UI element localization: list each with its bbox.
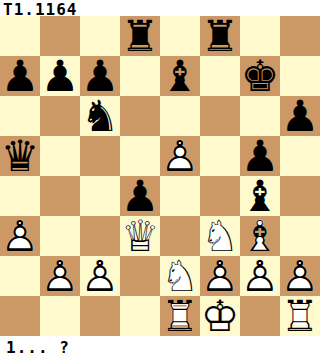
piece-black-pawn: ♟ <box>0 56 40 96</box>
square-c2[interactable]: ♟♙ <box>80 256 120 296</box>
piece-white-pawn-outline: ♙ <box>80 256 120 296</box>
square-a6[interactable] <box>0 96 40 136</box>
square-g3[interactable]: ♝♗ <box>240 216 280 256</box>
square-e6[interactable] <box>160 96 200 136</box>
square-d2[interactable] <box>120 256 160 296</box>
piece-white-queen: ♛ <box>120 216 160 256</box>
square-e3[interactable] <box>160 216 200 256</box>
square-g6[interactable] <box>240 96 280 136</box>
move-prompt: 1... ? <box>6 338 70 357</box>
square-b3[interactable] <box>40 216 80 256</box>
square-f6[interactable] <box>200 96 240 136</box>
square-c3[interactable] <box>80 216 120 256</box>
square-b6[interactable] <box>40 96 80 136</box>
square-g2[interactable]: ♟♙ <box>240 256 280 296</box>
square-h5[interactable] <box>280 136 320 176</box>
square-a7[interactable]: ♟ <box>0 56 40 96</box>
square-g4[interactable]: ♝ <box>240 176 280 216</box>
square-d8[interactable]: ♜ <box>120 16 160 56</box>
piece-white-pawn-outline: ♙ <box>40 256 80 296</box>
square-a2[interactable] <box>0 256 40 296</box>
square-a4[interactable] <box>0 176 40 216</box>
piece-black-bishop: ♝ <box>240 176 280 216</box>
piece-white-queen-outline: ♕ <box>120 216 160 256</box>
square-a1[interactable] <box>0 296 40 336</box>
square-c6[interactable]: ♞ <box>80 96 120 136</box>
piece-white-knight-outline: ♘ <box>200 216 240 256</box>
square-b4[interactable] <box>40 176 80 216</box>
piece-black-rook: ♜ <box>120 16 160 56</box>
piece-black-knight: ♞ <box>80 96 120 136</box>
piece-white-pawn-outline: ♙ <box>240 256 280 296</box>
chess-board: ♜♜♟♟♟♝♚♞♟♛♟♙♟♟♝♟♙♛♕♞♘♝♗♟♙♟♙♞♘♟♙♟♙♟♙♜♖♚♔♜… <box>0 16 320 336</box>
square-a5[interactable]: ♛ <box>0 136 40 176</box>
piece-white-pawn: ♟ <box>240 256 280 296</box>
square-d4[interactable]: ♟ <box>120 176 160 216</box>
square-c4[interactable] <box>80 176 120 216</box>
piece-white-rook-outline: ♖ <box>280 296 320 336</box>
piece-white-pawn-outline: ♙ <box>160 136 200 176</box>
square-d1[interactable] <box>120 296 160 336</box>
piece-white-bishop-outline: ♗ <box>240 216 280 256</box>
piece-white-pawn: ♟ <box>200 256 240 296</box>
piece-white-rook-outline: ♖ <box>160 296 200 336</box>
square-d3[interactable]: ♛♕ <box>120 216 160 256</box>
piece-white-knight: ♞ <box>200 216 240 256</box>
square-e2[interactable]: ♞♘ <box>160 256 200 296</box>
square-f4[interactable] <box>200 176 240 216</box>
piece-white-knight: ♞ <box>160 256 200 296</box>
square-a8[interactable] <box>0 16 40 56</box>
square-f7[interactable] <box>200 56 240 96</box>
square-d5[interactable] <box>120 136 160 176</box>
square-h6[interactable]: ♟ <box>280 96 320 136</box>
piece-white-king: ♚ <box>200 296 240 336</box>
square-g1[interactable] <box>240 296 280 336</box>
square-e8[interactable] <box>160 16 200 56</box>
piece-black-pawn: ♟ <box>240 136 280 176</box>
piece-white-pawn: ♟ <box>160 136 200 176</box>
piece-white-rook: ♜ <box>160 296 200 336</box>
piece-black-pawn: ♟ <box>280 96 320 136</box>
chess-puzzle-screen: T1.1164 ♜♜♟♟♟♝♚♞♟♛♟♙♟♟♝♟♙♛♕♞♘♝♗♟♙♟♙♞♘♟♙♟… <box>0 0 320 360</box>
piece-black-pawn: ♟ <box>120 176 160 216</box>
square-e7[interactable]: ♝ <box>160 56 200 96</box>
square-h2[interactable]: ♟♙ <box>280 256 320 296</box>
piece-white-rook: ♜ <box>280 296 320 336</box>
square-b5[interactable] <box>40 136 80 176</box>
piece-black-pawn: ♟ <box>80 56 120 96</box>
square-b2[interactable]: ♟♙ <box>40 256 80 296</box>
square-h1[interactable]: ♜♖ <box>280 296 320 336</box>
piece-white-pawn-outline: ♙ <box>200 256 240 296</box>
square-d7[interactable] <box>120 56 160 96</box>
piece-black-rook: ♜ <box>200 16 240 56</box>
square-c8[interactable] <box>80 16 120 56</box>
square-b1[interactable] <box>40 296 80 336</box>
piece-white-pawn: ♟ <box>280 256 320 296</box>
square-c7[interactable]: ♟ <box>80 56 120 96</box>
square-f8[interactable]: ♜ <box>200 16 240 56</box>
square-f1[interactable]: ♚♔ <box>200 296 240 336</box>
piece-white-knight-outline: ♘ <box>160 256 200 296</box>
piece-black-bishop: ♝ <box>160 56 200 96</box>
square-g5[interactable]: ♟ <box>240 136 280 176</box>
square-g7[interactable]: ♚ <box>240 56 280 96</box>
piece-black-king: ♚ <box>240 56 280 96</box>
puzzle-id: T1.1164 <box>3 0 77 16</box>
piece-black-pawn: ♟ <box>40 56 80 96</box>
piece-white-pawn: ♟ <box>0 216 40 256</box>
square-b8[interactable] <box>40 16 80 56</box>
square-e1[interactable]: ♜♖ <box>160 296 200 336</box>
square-g8[interactable] <box>240 16 280 56</box>
piece-white-pawn-outline: ♙ <box>0 216 40 256</box>
square-f2[interactable]: ♟♙ <box>200 256 240 296</box>
square-a3[interactable]: ♟♙ <box>0 216 40 256</box>
square-c5[interactable] <box>80 136 120 176</box>
square-h7[interactable] <box>280 56 320 96</box>
piece-white-pawn: ♟ <box>80 256 120 296</box>
square-h8[interactable] <box>280 16 320 56</box>
square-c1[interactable] <box>80 296 120 336</box>
piece-black-queen: ♛ <box>0 136 40 176</box>
square-h3[interactable] <box>280 216 320 256</box>
square-b7[interactable]: ♟ <box>40 56 80 96</box>
piece-white-pawn-outline: ♙ <box>280 256 320 296</box>
piece-white-king-outline: ♔ <box>200 296 240 336</box>
square-f3[interactable]: ♞♘ <box>200 216 240 256</box>
square-d6[interactable] <box>120 96 160 136</box>
piece-white-bishop: ♝ <box>240 216 280 256</box>
piece-white-pawn: ♟ <box>40 256 80 296</box>
square-f5[interactable] <box>200 136 240 176</box>
square-e4[interactable] <box>160 176 200 216</box>
square-e5[interactable]: ♟♙ <box>160 136 200 176</box>
square-h4[interactable] <box>280 176 320 216</box>
